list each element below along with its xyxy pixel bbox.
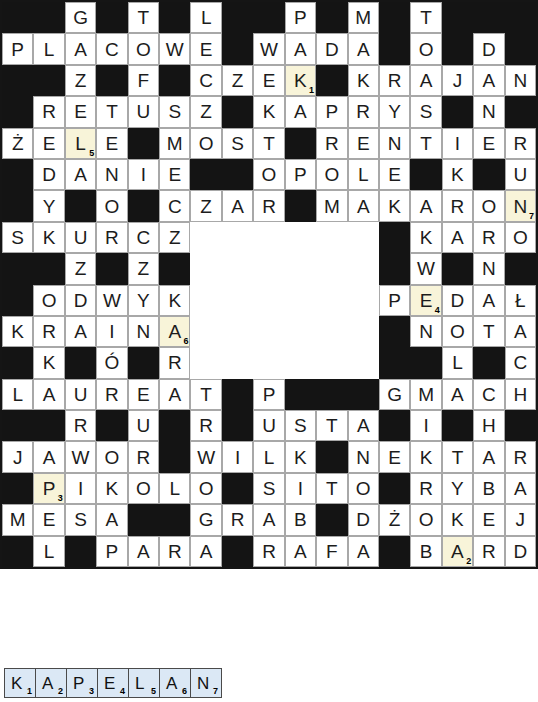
cell-letter: P bbox=[325, 102, 338, 121]
letter-cell[interactable]: U bbox=[253, 410, 284, 441]
letter-cell[interactable]: R bbox=[253, 536, 284, 567]
cell-letter: K bbox=[168, 291, 181, 310]
letter-cell[interactable]: A bbox=[33, 441, 64, 472]
letter-cell[interactable]: G bbox=[379, 379, 410, 410]
letter-cell[interactable]: A bbox=[190, 536, 221, 567]
cell-letter: A bbox=[74, 322, 87, 341]
cell-letter: I bbox=[109, 322, 114, 341]
cell-letter: N bbox=[419, 322, 433, 341]
letter-cell[interactable]: R bbox=[96, 222, 127, 253]
cell-letter: E bbox=[483, 134, 496, 153]
cell-letter: R bbox=[74, 416, 88, 435]
letter-cell[interactable]: I bbox=[285, 473, 316, 504]
letter-cell[interactable]: A bbox=[410, 65, 441, 96]
letter-cell[interactable]: L bbox=[190, 2, 221, 33]
letter-cell[interactable]: N bbox=[128, 316, 159, 347]
letter-cell[interactable]: A bbox=[473, 441, 504, 472]
black-cell bbox=[316, 379, 347, 410]
solution-letter: K bbox=[11, 675, 22, 692]
cell-letter: K bbox=[43, 228, 56, 247]
black-cell bbox=[379, 253, 410, 284]
letter-cell[interactable]: R bbox=[96, 379, 127, 410]
letter-cell[interactable]: B bbox=[473, 473, 504, 504]
letter-cell[interactable]: K bbox=[379, 190, 410, 221]
letter-cell[interactable]: R bbox=[253, 190, 284, 221]
letter-cell[interactable]: M bbox=[348, 2, 379, 33]
letter-cell[interactable]: T bbox=[128, 2, 159, 33]
letter-cell[interactable]: U bbox=[128, 96, 159, 127]
cell-letter: D bbox=[42, 165, 56, 184]
cell-letter: A bbox=[200, 542, 213, 561]
letter-cell[interactable]: E bbox=[33, 128, 64, 159]
letter-cell[interactable]: A bbox=[65, 33, 96, 64]
black-cell bbox=[316, 504, 347, 535]
letter-cell[interactable]: E bbox=[253, 65, 284, 96]
solution-cell[interactable]: A2 bbox=[35, 668, 67, 698]
letter-cell[interactable]: A bbox=[65, 159, 96, 190]
letter-cell[interactable]: A bbox=[473, 65, 504, 96]
letter-cell[interactable]: W bbox=[96, 285, 127, 316]
letter-cell[interactable]: A bbox=[442, 379, 473, 410]
black-cell bbox=[2, 473, 33, 504]
letter-cell[interactable]: C bbox=[128, 222, 159, 253]
letter-cell[interactable]: S bbox=[253, 473, 284, 504]
cell-letter: D bbox=[325, 40, 339, 59]
letter-cell[interactable]: U bbox=[65, 379, 96, 410]
letter-cell[interactable]: O bbox=[505, 222, 536, 253]
cell-letter: E bbox=[263, 71, 276, 90]
solution-number: 5 bbox=[151, 686, 156, 696]
letter-cell[interactable]: P bbox=[96, 536, 127, 567]
cell-letter: H bbox=[513, 385, 527, 404]
letter-cell[interactable]: O bbox=[190, 128, 221, 159]
letter-cell[interactable]: T bbox=[316, 410, 347, 441]
letter-cell[interactable]: M bbox=[316, 190, 347, 221]
letter-cell[interactable]: R bbox=[33, 96, 64, 127]
letter-cell[interactable]: A bbox=[348, 190, 379, 221]
letter-cell[interactable]: A bbox=[65, 316, 96, 347]
letter-cell[interactable]: A bbox=[159, 379, 190, 410]
letter-cell[interactable]: S bbox=[285, 410, 316, 441]
cell-letter: E bbox=[137, 385, 150, 404]
cell-letter: E bbox=[74, 102, 87, 121]
letter-cell[interactable]: U bbox=[505, 159, 536, 190]
letter-cell[interactable]: A bbox=[222, 190, 253, 221]
letter-cell-numbered[interactable]: A2 bbox=[442, 536, 473, 567]
solution-cell[interactable]: L5 bbox=[128, 668, 160, 698]
letter-cell[interactable]: M bbox=[2, 504, 33, 535]
hole-cell bbox=[348, 222, 379, 253]
letter-cell[interactable]: R bbox=[190, 410, 221, 441]
letter-cell[interactable]: U bbox=[65, 222, 96, 253]
letter-cell[interactable]: S bbox=[2, 222, 33, 253]
letter-cell[interactable]: Y bbox=[128, 285, 159, 316]
cell-letter: A bbox=[451, 385, 464, 404]
letter-cell[interactable]: K bbox=[2, 316, 33, 347]
letter-cell[interactable]: P bbox=[285, 2, 316, 33]
cell-letter: J bbox=[516, 510, 526, 529]
black-cell bbox=[505, 33, 536, 64]
black-cell bbox=[128, 190, 159, 221]
letter-cell[interactable]: I bbox=[442, 128, 473, 159]
cell-letter: P bbox=[294, 165, 307, 184]
cell-letter: B bbox=[420, 542, 433, 561]
letter-cell[interactable]: Z bbox=[222, 65, 253, 96]
letter-cell[interactable]: A bbox=[473, 285, 504, 316]
black-cell bbox=[159, 441, 190, 472]
letter-cell[interactable]: O bbox=[33, 285, 64, 316]
letter-cell[interactable]: T bbox=[442, 441, 473, 472]
cell-letter: G bbox=[73, 8, 88, 27]
cell-letter: R bbox=[105, 385, 119, 404]
letter-cell[interactable]: B bbox=[285, 504, 316, 535]
black-cell bbox=[222, 96, 253, 127]
letter-cell[interactable]: Z bbox=[190, 190, 221, 221]
cell-letter: A bbox=[483, 291, 496, 310]
letter-cell[interactable]: N bbox=[348, 441, 379, 472]
letter-cell[interactable]: A bbox=[442, 222, 473, 253]
letter-cell[interactable]: J bbox=[2, 441, 33, 472]
letter-cell[interactable]: E bbox=[348, 128, 379, 159]
black-cell bbox=[96, 2, 127, 33]
cell-letter: E bbox=[483, 510, 496, 529]
letter-cell[interactable]: N bbox=[96, 159, 127, 190]
cell-letter: E bbox=[388, 448, 401, 467]
letter-cell[interactable]: P bbox=[379, 285, 410, 316]
letter-cell[interactable]: N bbox=[505, 65, 536, 96]
letter-cell[interactable]: C bbox=[190, 65, 221, 96]
cell-letter: P bbox=[11, 40, 24, 59]
cell-letter: A bbox=[357, 416, 370, 435]
cell-letter: K bbox=[420, 228, 433, 247]
black-cell bbox=[285, 379, 316, 410]
letter-cell[interactable]: O bbox=[96, 441, 127, 472]
letter-cell[interactable]: A bbox=[505, 316, 536, 347]
solution-cell[interactable]: A6 bbox=[159, 668, 191, 698]
letter-cell[interactable]: K bbox=[442, 504, 473, 535]
letter-cell[interactable]: N bbox=[410, 316, 441, 347]
letter-cell[interactable]: L bbox=[253, 441, 284, 472]
letter-cell-numbered[interactable]: A6 bbox=[159, 316, 190, 347]
letter-cell[interactable]: A bbox=[505, 473, 536, 504]
black-cell bbox=[379, 536, 410, 567]
letter-cell[interactable]: R bbox=[222, 504, 253, 535]
letter-cell[interactable]: C bbox=[473, 379, 504, 410]
letter-cell[interactable]: I bbox=[65, 473, 96, 504]
letter-cell[interactable]: T bbox=[410, 2, 441, 33]
letter-cell[interactable]: S bbox=[222, 128, 253, 159]
letter-cell[interactable]: E bbox=[159, 159, 190, 190]
letter-cell[interactable]: W bbox=[190, 441, 221, 472]
letter-cell[interactable]: P bbox=[253, 379, 284, 410]
letter-cell[interactable]: D bbox=[442, 285, 473, 316]
cell-letter: O bbox=[199, 479, 214, 498]
black-cell bbox=[505, 410, 536, 441]
letter-cell[interactable]: Ż bbox=[379, 504, 410, 535]
letter-cell[interactable]: R bbox=[159, 536, 190, 567]
letter-cell[interactable]: Ó bbox=[96, 347, 127, 378]
letter-cell[interactable]: K bbox=[33, 222, 64, 253]
letter-cell[interactable]: R bbox=[348, 96, 379, 127]
solution-cell[interactable]: K1 bbox=[4, 668, 36, 698]
letter-cell[interactable]: W bbox=[253, 33, 284, 64]
letter-cell[interactable]: R bbox=[379, 65, 410, 96]
letter-cell[interactable]: A bbox=[348, 536, 379, 567]
cell-letter: T bbox=[326, 416, 338, 435]
hole-cell bbox=[316, 222, 347, 253]
black-cell bbox=[128, 128, 159, 159]
letter-cell[interactable]: I bbox=[128, 159, 159, 190]
letter-cell[interactable]: L bbox=[348, 159, 379, 190]
letter-cell[interactable]: T bbox=[473, 316, 504, 347]
letter-cell[interactable]: O bbox=[316, 159, 347, 190]
letter-cell[interactable]: P bbox=[2, 33, 33, 64]
solution-letter: P bbox=[73, 675, 84, 692]
letter-cell[interactable]: N bbox=[473, 253, 504, 284]
hole-cell bbox=[190, 316, 221, 347]
cell-letter: R bbox=[42, 102, 56, 121]
letter-cell[interactable]: R bbox=[410, 473, 441, 504]
black-cell bbox=[505, 253, 536, 284]
letter-cell[interactable]: C bbox=[96, 33, 127, 64]
letter-cell[interactable]: A bbox=[285, 96, 316, 127]
letter-cell[interactable]: D bbox=[348, 504, 379, 535]
letter-cell[interactable]: I bbox=[96, 316, 127, 347]
cell-letter: A bbox=[420, 71, 433, 90]
hole-cell bbox=[316, 347, 347, 378]
letter-cell[interactable]: L bbox=[33, 536, 64, 567]
letter-cell-numbered[interactable]: L5 bbox=[65, 128, 96, 159]
letter-cell[interactable]: E bbox=[473, 504, 504, 535]
letter-cell[interactable]: K bbox=[253, 96, 284, 127]
letter-cell[interactable]: O bbox=[128, 33, 159, 64]
cell-letter: Z bbox=[75, 71, 87, 90]
black-cell bbox=[2, 536, 33, 567]
letter-cell[interactable]: A bbox=[128, 536, 159, 567]
cell-letter: L bbox=[75, 134, 86, 153]
cell-letter: S bbox=[294, 416, 307, 435]
letter-cell[interactable]: C bbox=[505, 347, 536, 378]
letter-cell[interactable]: I bbox=[222, 441, 253, 472]
letter-cell[interactable]: A bbox=[253, 504, 284, 535]
hole-cell bbox=[222, 347, 253, 378]
letter-cell[interactable]: H bbox=[473, 410, 504, 441]
letter-cell[interactable]: T bbox=[410, 128, 441, 159]
letter-cell[interactable]: Y bbox=[379, 96, 410, 127]
letter-cell[interactable]: O bbox=[442, 316, 473, 347]
solution-cell[interactable]: P3 bbox=[66, 668, 98, 698]
black-cell bbox=[379, 2, 410, 33]
hole-cell bbox=[190, 347, 221, 378]
hole-cell bbox=[316, 253, 347, 284]
cell-letter: S bbox=[74, 510, 87, 529]
letter-cell[interactable]: M bbox=[159, 128, 190, 159]
letter-cell[interactable]: A bbox=[348, 410, 379, 441]
letter-cell[interactable]: Z bbox=[190, 96, 221, 127]
letter-cell[interactable]: B bbox=[410, 536, 441, 567]
letter-cell[interactable]: T bbox=[96, 96, 127, 127]
letter-cell[interactable]: O bbox=[128, 473, 159, 504]
letter-cell[interactable]: E bbox=[96, 128, 127, 159]
letter-cell[interactable]: Z bbox=[65, 65, 96, 96]
hidden-word-number: 6 bbox=[183, 336, 188, 346]
letter-cell[interactable]: O bbox=[96, 190, 127, 221]
letter-cell[interactable]: L bbox=[159, 473, 190, 504]
letter-cell[interactable]: N bbox=[379, 128, 410, 159]
letter-cell[interactable]: H bbox=[505, 379, 536, 410]
solution-cell[interactable]: N7 bbox=[190, 668, 222, 698]
letter-cell[interactable]: Z bbox=[128, 253, 159, 284]
letter-cell[interactable]: N bbox=[473, 96, 504, 127]
cell-letter: W bbox=[260, 40, 278, 59]
letter-cell[interactable]: R bbox=[473, 222, 504, 253]
letter-cell[interactable]: C bbox=[159, 190, 190, 221]
letter-cell-numbered[interactable]: K1 bbox=[285, 65, 316, 96]
hole-cell bbox=[190, 285, 221, 316]
letter-cell[interactable]: Ł bbox=[505, 285, 536, 316]
letter-cell[interactable]: T bbox=[190, 379, 221, 410]
black-cell bbox=[316, 441, 347, 472]
cell-letter: Z bbox=[75, 259, 87, 278]
letter-cell[interactable]: K bbox=[96, 473, 127, 504]
letter-cell[interactable]: Z bbox=[159, 222, 190, 253]
letter-cell[interactable]: E bbox=[379, 441, 410, 472]
letter-cell[interactable]: S bbox=[159, 96, 190, 127]
black-cell bbox=[379, 410, 410, 441]
letter-cell[interactable]: O bbox=[410, 33, 441, 64]
letter-cell[interactable]: A bbox=[96, 504, 127, 535]
cell-letter: M bbox=[10, 510, 26, 529]
cell-letter: E bbox=[43, 134, 56, 153]
letter-cell[interactable]: K bbox=[33, 347, 64, 378]
cell-letter: L bbox=[44, 542, 55, 561]
letter-cell-numbered[interactable]: P3 bbox=[33, 473, 64, 504]
letter-cell[interactable]: J bbox=[442, 65, 473, 96]
hole-cell bbox=[253, 316, 284, 347]
letter-cell[interactable]: Ż bbox=[2, 128, 33, 159]
letter-cell[interactable]: E bbox=[190, 33, 221, 64]
letter-cell[interactable]: R bbox=[473, 536, 504, 567]
letter-cell[interactable]: O bbox=[410, 504, 441, 535]
cell-letter: K bbox=[263, 102, 276, 121]
letter-cell[interactable]: Y bbox=[442, 473, 473, 504]
letter-cell[interactable]: D bbox=[316, 33, 347, 64]
letter-cell[interactable]: E bbox=[65, 96, 96, 127]
letter-cell[interactable]: D bbox=[33, 159, 64, 190]
cell-letter: O bbox=[356, 479, 371, 498]
cell-letter: T bbox=[106, 102, 118, 121]
letter-cell[interactable]: P bbox=[316, 96, 347, 127]
hole-cell bbox=[285, 253, 316, 284]
letter-cell-numbered[interactable]: E4 bbox=[410, 285, 441, 316]
letter-cell[interactable]: K bbox=[410, 441, 441, 472]
cell-letter: L bbox=[169, 479, 180, 498]
letter-cell[interactable]: E bbox=[128, 379, 159, 410]
letter-cell[interactable]: T bbox=[316, 473, 347, 504]
letter-cell[interactable]: R bbox=[316, 128, 347, 159]
cell-letter: I bbox=[423, 416, 428, 435]
letter-cell-numbered[interactable]: N7 bbox=[505, 190, 536, 221]
letter-cell[interactable]: L bbox=[2, 379, 33, 410]
letter-cell[interactable]: F bbox=[316, 536, 347, 567]
letter-cell[interactable]: K bbox=[159, 285, 190, 316]
letter-cell[interactable]: P bbox=[285, 159, 316, 190]
letter-cell[interactable]: R bbox=[128, 441, 159, 472]
letter-cell[interactable]: A bbox=[410, 190, 441, 221]
letter-cell[interactable]: K bbox=[410, 222, 441, 253]
letter-cell[interactable]: U bbox=[128, 410, 159, 441]
hole-cell bbox=[348, 253, 379, 284]
letter-cell[interactable]: R bbox=[65, 410, 96, 441]
letter-cell[interactable]: D bbox=[65, 285, 96, 316]
letter-cell[interactable]: W bbox=[159, 33, 190, 64]
letter-cell[interactable]: Y bbox=[33, 190, 64, 221]
letter-cell[interactable]: E bbox=[379, 159, 410, 190]
letter-cell[interactable]: R bbox=[442, 190, 473, 221]
letter-cell[interactable]: D bbox=[505, 536, 536, 567]
letter-cell[interactable]: I bbox=[410, 410, 441, 441]
cell-letter: M bbox=[324, 197, 340, 216]
letter-cell[interactable]: J bbox=[505, 504, 536, 535]
cell-letter: S bbox=[168, 102, 181, 121]
letter-cell[interactable]: M bbox=[410, 379, 441, 410]
letter-cell[interactable]: A bbox=[285, 536, 316, 567]
cell-letter: T bbox=[420, 8, 432, 27]
letter-cell[interactable]: R bbox=[505, 441, 536, 472]
letter-cell[interactable]: A bbox=[348, 33, 379, 64]
cell-letter: Y bbox=[43, 197, 56, 216]
letter-cell[interactable]: T bbox=[253, 128, 284, 159]
letter-cell[interactable]: S bbox=[410, 96, 441, 127]
letter-cell[interactable]: F bbox=[128, 65, 159, 96]
letter-cell[interactable]: W bbox=[65, 441, 96, 472]
letter-cell[interactable]: O bbox=[190, 473, 221, 504]
letter-cell[interactable]: O bbox=[473, 190, 504, 221]
letter-cell[interactable]: Z bbox=[65, 253, 96, 284]
letter-cell[interactable]: R bbox=[159, 347, 190, 378]
letter-cell[interactable]: O bbox=[253, 159, 284, 190]
black-cell bbox=[473, 159, 504, 190]
letter-cell[interactable]: R bbox=[33, 316, 64, 347]
letter-cell[interactable]: K bbox=[442, 159, 473, 190]
cell-letter: E bbox=[357, 134, 370, 153]
letter-cell[interactable]: W bbox=[410, 253, 441, 284]
letter-cell[interactable]: E bbox=[473, 128, 504, 159]
letter-cell[interactable]: G bbox=[190, 504, 221, 535]
letter-cell[interactable]: A bbox=[33, 379, 64, 410]
cell-letter: J bbox=[13, 448, 23, 467]
hole-cell bbox=[316, 316, 347, 347]
letter-cell[interactable]: L bbox=[442, 347, 473, 378]
cell-letter: S bbox=[11, 228, 24, 247]
letter-cell[interactable]: S bbox=[65, 504, 96, 535]
letter-cell[interactable]: O bbox=[348, 473, 379, 504]
letter-cell[interactable]: R bbox=[505, 128, 536, 159]
solution-cell[interactable]: E4 bbox=[97, 668, 129, 698]
solution-number: 1 bbox=[27, 686, 32, 696]
letter-cell[interactable]: K bbox=[348, 65, 379, 96]
letter-cell[interactable]: L bbox=[33, 33, 64, 64]
cell-letter: R bbox=[513, 134, 527, 153]
letter-cell[interactable]: A bbox=[285, 33, 316, 64]
letter-cell[interactable]: D bbox=[473, 33, 504, 64]
cell-letter: L bbox=[201, 8, 212, 27]
letter-cell[interactable]: K bbox=[285, 441, 316, 472]
cell-letter: I bbox=[78, 479, 83, 498]
cell-letter: R bbox=[356, 102, 370, 121]
letter-cell[interactable]: E bbox=[33, 504, 64, 535]
letter-cell[interactable]: G bbox=[65, 2, 96, 33]
